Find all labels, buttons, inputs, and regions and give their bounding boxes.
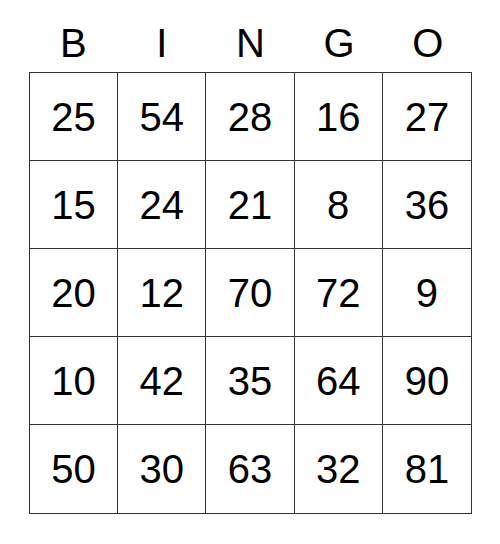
bingo-cell[interactable]: 24: [118, 161, 206, 249]
bingo-cell[interactable]: 72: [295, 249, 383, 337]
header-letter-o: O: [383, 14, 472, 72]
bingo-cell[interactable]: 81: [383, 425, 471, 513]
bingo-cell[interactable]: 15: [30, 161, 118, 249]
bingo-header-row: B I N G O: [29, 0, 472, 72]
bingo-cell[interactable]: 63: [206, 425, 294, 513]
bingo-cell[interactable]: 64: [295, 337, 383, 425]
bingo-cell[interactable]: 20: [30, 249, 118, 337]
bingo-cell[interactable]: 9: [383, 249, 471, 337]
header-letter-i: I: [118, 14, 207, 72]
bingo-cell[interactable]: 35: [206, 337, 294, 425]
bingo-cell[interactable]: 50: [30, 425, 118, 513]
bingo-cell[interactable]: 27: [383, 73, 471, 161]
bingo-cell[interactable]: 8: [295, 161, 383, 249]
bingo-cell[interactable]: 30: [118, 425, 206, 513]
bingo-cell[interactable]: 36: [383, 161, 471, 249]
header-letter-g: G: [295, 14, 384, 72]
bingo-cell[interactable]: 12: [118, 249, 206, 337]
bingo-cell[interactable]: 54: [118, 73, 206, 161]
bingo-cell[interactable]: 70: [206, 249, 294, 337]
bingo-cell[interactable]: 42: [118, 337, 206, 425]
bingo-grid: 25 54 28 16 27 15 24 21 8 36 20 12 70 72…: [29, 72, 472, 514]
bingo-cell[interactable]: 25: [30, 73, 118, 161]
bingo-cell[interactable]: 10: [30, 337, 118, 425]
header-letter-n: N: [206, 14, 295, 72]
bingo-cell[interactable]: 32: [295, 425, 383, 513]
bingo-cell[interactable]: 90: [383, 337, 471, 425]
bingo-cell[interactable]: 16: [295, 73, 383, 161]
header-letter-b: B: [29, 14, 118, 72]
bingo-cell[interactable]: 28: [206, 73, 294, 161]
bingo-card: B I N G O 25 54 28 16 27 15 24 21 8 36 2…: [29, 0, 472, 514]
bingo-cell[interactable]: 21: [206, 161, 294, 249]
